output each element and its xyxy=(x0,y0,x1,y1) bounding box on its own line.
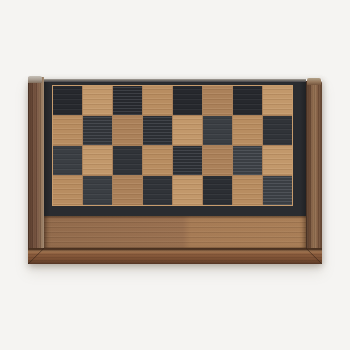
lower-wood-panel xyxy=(44,216,306,248)
checkerboard-grid xyxy=(52,85,293,206)
board-square xyxy=(173,146,202,175)
board-square xyxy=(263,176,292,205)
board-square xyxy=(203,176,232,205)
board-bottom-rail xyxy=(28,248,322,264)
board-left-rail xyxy=(28,77,44,264)
game-board-tray xyxy=(28,79,322,264)
black-border-band xyxy=(44,82,306,216)
board-square xyxy=(203,116,232,145)
board-square xyxy=(233,86,262,115)
board-square xyxy=(143,176,172,205)
board-square xyxy=(113,116,142,145)
board-surface xyxy=(44,79,306,248)
board-square xyxy=(203,86,232,115)
board-square xyxy=(83,146,112,175)
board-square xyxy=(113,146,142,175)
board-square xyxy=(53,146,82,175)
board-square xyxy=(143,116,172,145)
product-photo-vintage-checkerboard xyxy=(0,0,350,350)
board-square xyxy=(53,86,82,115)
board-square xyxy=(263,86,292,115)
board-right-rail xyxy=(306,81,322,264)
board-square xyxy=(233,146,262,175)
board-square xyxy=(143,86,172,115)
board-square xyxy=(53,116,82,145)
board-square xyxy=(143,146,172,175)
board-square xyxy=(53,176,82,205)
board-square xyxy=(83,176,112,205)
board-square xyxy=(263,146,292,175)
board-square xyxy=(113,176,142,205)
board-square xyxy=(173,86,202,115)
board-square xyxy=(263,116,292,145)
board-square xyxy=(203,146,232,175)
board-square xyxy=(83,86,112,115)
board-square xyxy=(113,86,142,115)
board-square xyxy=(83,116,112,145)
board-square xyxy=(233,176,262,205)
right-rail-top-cap xyxy=(307,78,321,85)
board-square xyxy=(233,116,262,145)
left-rail-top-cap xyxy=(28,76,42,83)
board-square xyxy=(173,116,202,145)
board-square xyxy=(173,176,202,205)
